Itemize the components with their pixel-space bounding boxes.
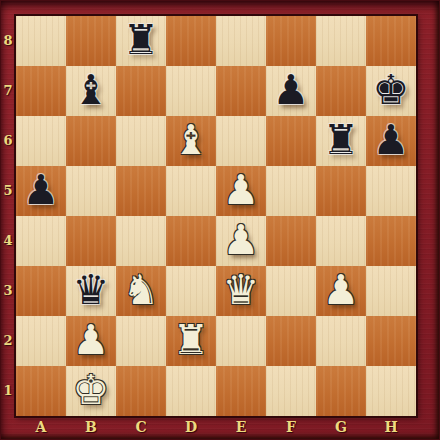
- piece-white-bishop[interactable]: ♝: [173, 120, 210, 161]
- file-label-d: D: [166, 417, 216, 440]
- square-e6[interactable]: [216, 116, 266, 166]
- square-e5[interactable]: ♟: [216, 166, 266, 216]
- piece-white-rook[interactable]: ♜: [173, 320, 210, 361]
- piece-black-bishop[interactable]: ♝: [73, 70, 110, 111]
- square-c1[interactable]: [116, 366, 166, 416]
- square-a4[interactable]: [16, 216, 66, 266]
- piece-white-pawn[interactable]: ♟: [223, 170, 260, 211]
- square-e3[interactable]: ♛: [216, 266, 266, 316]
- rank-label-5: 5: [0, 166, 16, 216]
- rank-label-8: 8: [0, 16, 16, 66]
- square-g7[interactable]: [316, 66, 366, 116]
- square-h8[interactable]: [366, 16, 416, 66]
- piece-white-pawn[interactable]: ♟: [73, 320, 110, 361]
- square-h1[interactable]: [366, 366, 416, 416]
- square-h6[interactable]: ♟: [366, 116, 416, 166]
- piece-black-rook[interactable]: ♜: [123, 20, 160, 61]
- piece-black-rook[interactable]: ♜: [323, 120, 360, 161]
- square-h7[interactable]: ♚: [366, 66, 416, 116]
- square-g8[interactable]: [316, 16, 366, 66]
- piece-white-pawn[interactable]: ♟: [223, 220, 260, 261]
- file-label-a: A: [16, 417, 66, 440]
- square-f7[interactable]: ♟: [266, 66, 316, 116]
- square-e4[interactable]: ♟: [216, 216, 266, 266]
- rank-label-6: 6: [0, 116, 16, 166]
- square-e8[interactable]: [216, 16, 266, 66]
- square-d4[interactable]: [166, 216, 216, 266]
- square-d5[interactable]: [166, 166, 216, 216]
- square-a8[interactable]: [16, 16, 66, 66]
- square-e7[interactable]: [216, 66, 266, 116]
- file-label-e: E: [216, 417, 266, 440]
- square-g6[interactable]: ♜: [316, 116, 366, 166]
- rank-label-3: 3: [0, 266, 16, 316]
- square-h3[interactable]: [366, 266, 416, 316]
- square-c8[interactable]: ♜: [116, 16, 166, 66]
- square-a2[interactable]: [16, 316, 66, 366]
- square-g5[interactable]: [316, 166, 366, 216]
- square-b3[interactable]: ♛: [66, 266, 116, 316]
- square-f1[interactable]: [266, 366, 316, 416]
- piece-black-king[interactable]: ♚: [373, 70, 410, 111]
- square-b8[interactable]: [66, 16, 116, 66]
- square-c3[interactable]: ♞: [116, 266, 166, 316]
- square-g3[interactable]: ♟: [316, 266, 366, 316]
- square-h4[interactable]: [366, 216, 416, 266]
- piece-black-pawn[interactable]: ♟: [23, 170, 60, 211]
- square-c4[interactable]: [116, 216, 166, 266]
- square-a3[interactable]: [16, 266, 66, 316]
- square-a5[interactable]: ♟: [16, 166, 66, 216]
- file-label-c: C: [116, 417, 166, 440]
- square-g4[interactable]: [316, 216, 366, 266]
- file-label-g: G: [316, 417, 366, 440]
- square-d1[interactable]: [166, 366, 216, 416]
- square-d6[interactable]: ♝: [166, 116, 216, 166]
- square-b7[interactable]: ♝: [66, 66, 116, 116]
- rank-label-2: 2: [0, 316, 16, 366]
- piece-black-pawn[interactable]: ♟: [373, 120, 410, 161]
- board-frame: ♜♝♟♚♝♜♟♟♟♟♛♞♛♟♟♜♚ 87654321 ABCDEFGH: [0, 0, 440, 440]
- square-g1[interactable]: [316, 366, 366, 416]
- square-g2[interactable]: [316, 316, 366, 366]
- square-c7[interactable]: [116, 66, 166, 116]
- piece-white-knight[interactable]: ♞: [123, 270, 160, 311]
- piece-black-queen[interactable]: ♛: [73, 270, 110, 311]
- piece-white-king[interactable]: ♚: [73, 370, 110, 411]
- square-f2[interactable]: [266, 316, 316, 366]
- rank-label-4: 4: [0, 216, 16, 266]
- piece-white-pawn[interactable]: ♟: [323, 270, 360, 311]
- square-c2[interactable]: [116, 316, 166, 366]
- square-a7[interactable]: [16, 66, 66, 116]
- square-a6[interactable]: [16, 116, 66, 166]
- square-h2[interactable]: [366, 316, 416, 366]
- square-f8[interactable]: [266, 16, 316, 66]
- file-label-h: H: [366, 417, 416, 440]
- square-f6[interactable]: [266, 116, 316, 166]
- square-f4[interactable]: [266, 216, 316, 266]
- square-d3[interactable]: [166, 266, 216, 316]
- square-b2[interactable]: ♟: [66, 316, 116, 366]
- square-d7[interactable]: [166, 66, 216, 116]
- square-d8[interactable]: [166, 16, 216, 66]
- piece-white-queen[interactable]: ♛: [223, 270, 260, 311]
- square-d2[interactable]: ♜: [166, 316, 216, 366]
- file-label-b: B: [66, 417, 116, 440]
- rank-label-7: 7: [0, 66, 16, 116]
- file-label-f: F: [266, 417, 316, 440]
- square-b4[interactable]: [66, 216, 116, 266]
- square-b1[interactable]: ♚: [66, 366, 116, 416]
- square-f3[interactable]: [266, 266, 316, 316]
- square-b6[interactable]: [66, 116, 116, 166]
- square-c6[interactable]: [116, 116, 166, 166]
- square-a1[interactable]: [16, 366, 66, 416]
- chess-board: ♜♝♟♚♝♜♟♟♟♟♛♞♛♟♟♜♚: [16, 16, 416, 416]
- square-e1[interactable]: [216, 366, 266, 416]
- square-h5[interactable]: [366, 166, 416, 216]
- square-f5[interactable]: [266, 166, 316, 216]
- square-e2[interactable]: [216, 316, 266, 366]
- piece-black-pawn[interactable]: ♟: [273, 70, 310, 111]
- rank-label-1: 1: [0, 366, 16, 416]
- square-b5[interactable]: [66, 166, 116, 216]
- square-c5[interactable]: [116, 166, 166, 216]
